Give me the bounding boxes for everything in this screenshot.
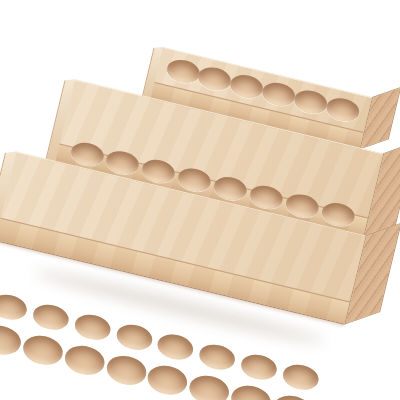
bottle-hole xyxy=(212,174,249,203)
tier-end-grain-face-top xyxy=(360,87,400,150)
bottle-hole xyxy=(319,200,356,229)
bottle-hole xyxy=(187,372,232,400)
bottle-hole xyxy=(114,321,155,353)
bottle-hole xyxy=(274,219,315,252)
tier-end-grain-face-bottom xyxy=(344,223,400,325)
bottle-hole xyxy=(62,342,107,379)
bottle-hole xyxy=(95,176,136,209)
bottle-hole xyxy=(131,185,172,218)
bottle-hole xyxy=(140,157,177,186)
tier-front-face-middle xyxy=(54,143,368,237)
tier-surface-middle xyxy=(58,79,383,219)
bottle-hole xyxy=(155,331,196,363)
bottle-hole xyxy=(310,228,351,261)
bottle-hole xyxy=(248,183,285,212)
bottle-hole xyxy=(292,87,329,116)
bottle-hole xyxy=(164,57,201,86)
bottle-hole xyxy=(167,194,208,227)
bottle-hole xyxy=(30,301,71,333)
bottle-hole xyxy=(270,392,315,400)
tier-left-end-face-middle xyxy=(45,79,75,162)
tier-left-end-face-top xyxy=(141,47,163,99)
bottle-hole xyxy=(228,72,265,101)
bottle-hole xyxy=(20,332,65,369)
bottle-hole xyxy=(324,95,361,124)
tier-end-grain-face-middle xyxy=(363,142,400,237)
tier-surface-top xyxy=(153,47,372,134)
bottle-hole xyxy=(239,351,280,383)
bottle-hole xyxy=(238,211,279,244)
bottle-hole xyxy=(228,382,273,400)
bottle-hole xyxy=(145,362,190,399)
product-photo xyxy=(0,0,400,400)
bottle-hole xyxy=(104,148,141,177)
bottle-hole xyxy=(260,80,297,109)
bottle-hole xyxy=(176,165,213,194)
bottle-hole xyxy=(103,352,148,389)
bottle-hole xyxy=(68,140,105,169)
tier-front-face-top xyxy=(149,82,363,150)
bottle-hole xyxy=(197,341,238,373)
tier-left-end-face-bottom xyxy=(0,152,17,241)
bottle-hole xyxy=(59,168,100,201)
bottle-hole xyxy=(203,202,244,235)
bottle-hole xyxy=(280,361,321,393)
bottle-hole xyxy=(0,291,29,323)
bottle-hole xyxy=(72,311,113,343)
bottle-hole xyxy=(196,64,233,93)
bottle-hole xyxy=(0,322,24,359)
bottle-hole xyxy=(283,191,320,220)
